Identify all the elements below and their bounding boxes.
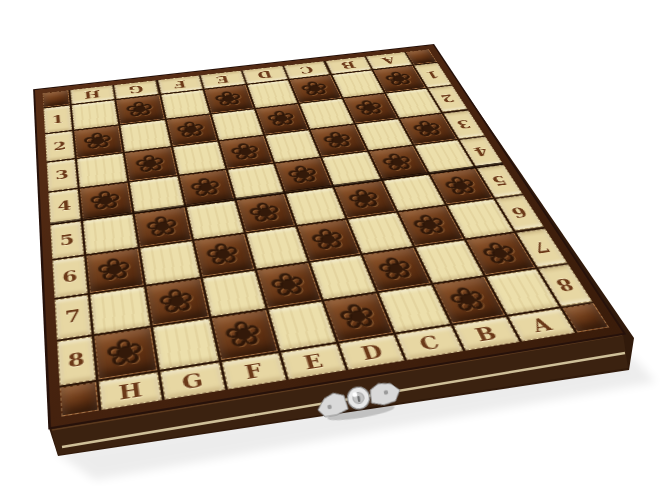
rosette-motif-icon: ❀ bbox=[144, 212, 182, 242]
rosette-motif-icon: ❀ bbox=[89, 187, 124, 215]
rosette-motif-icon: ❀ bbox=[307, 225, 349, 256]
square-f5[interactable] bbox=[186, 201, 243, 240]
rosette-motif-icon: ❀ bbox=[319, 128, 357, 152]
square-e5[interactable]: ❀ bbox=[236, 194, 295, 232]
rosette-motif-icon: ❀ bbox=[228, 139, 264, 164]
rosette-motif-icon: ❀ bbox=[203, 239, 243, 271]
rosette-motif-icon: ❀ bbox=[284, 162, 323, 188]
photo-scene: HGFEDCBA1❀❀❀❀12❀❀❀❀23❀❀❀❀34❀❀❀❀45❀❀❀❀56❀… bbox=[0, 0, 665, 491]
square-f3[interactable] bbox=[172, 141, 225, 174]
square-d3[interactable] bbox=[265, 130, 320, 162]
rosette-motif-icon: ❀ bbox=[408, 211, 452, 241]
square-f7[interactable] bbox=[202, 270, 265, 316]
rosette-motif-icon: ❀ bbox=[105, 333, 147, 373]
rosette-motif-icon: ❀ bbox=[476, 238, 524, 270]
square-h3[interactable] bbox=[77, 153, 128, 187]
rosette-motif-icon: ❀ bbox=[440, 173, 483, 200]
corner-bottom-left bbox=[60, 382, 99, 417]
rank-label-left-8: 8 bbox=[57, 336, 96, 386]
square-g5[interactable]: ❀ bbox=[135, 207, 191, 247]
square-g8[interactable] bbox=[153, 318, 218, 369]
square-h7[interactable] bbox=[90, 286, 150, 334]
square-d2[interactable]: ❀ bbox=[256, 104, 308, 134]
square-g2[interactable] bbox=[121, 120, 171, 151]
square-e2[interactable] bbox=[212, 109, 263, 140]
rank-label-left-1: 1 bbox=[43, 105, 72, 133]
rosette-motif-icon: ❀ bbox=[124, 98, 156, 120]
rosette-motif-icon: ❀ bbox=[409, 117, 448, 140]
rank-label-left-5: 5 bbox=[50, 221, 84, 259]
square-h8[interactable]: ❀ bbox=[94, 327, 157, 379]
rosette-motif-icon: ❀ bbox=[134, 151, 168, 177]
rosette-motif-icon: ❀ bbox=[212, 88, 245, 110]
square-g6[interactable] bbox=[141, 241, 200, 284]
square-e3[interactable]: ❀ bbox=[219, 136, 273, 169]
rosette-motif-icon: ❀ bbox=[373, 252, 419, 285]
rank-label-left-2: 2 bbox=[45, 131, 75, 161]
rosette-motif-icon: ❀ bbox=[381, 69, 417, 89]
rosette-motif-icon: ❀ bbox=[298, 78, 333, 99]
square-f1[interactable] bbox=[161, 90, 210, 119]
rosette-motif-icon: ❀ bbox=[246, 198, 285, 227]
square-f6[interactable]: ❀ bbox=[194, 234, 254, 276]
square-h2[interactable]: ❀ bbox=[74, 126, 123, 158]
rosette-motif-icon: ❀ bbox=[82, 129, 114, 153]
rosette-motif-icon: ❀ bbox=[222, 316, 267, 354]
rank-label-left-3: 3 bbox=[47, 159, 78, 191]
rank-label-left-7: 7 bbox=[55, 294, 92, 339]
square-h6[interactable]: ❀ bbox=[86, 249, 144, 293]
rosette-motif-icon: ❀ bbox=[267, 268, 311, 302]
square-g3[interactable]: ❀ bbox=[125, 147, 177, 181]
square-e7[interactable]: ❀ bbox=[257, 262, 321, 307]
rosette-motif-icon: ❀ bbox=[378, 150, 418, 176]
square-f8[interactable]: ❀ bbox=[211, 310, 277, 360]
rank-label-left-6: 6 bbox=[52, 256, 87, 297]
rosette-motif-icon: ❀ bbox=[188, 174, 225, 201]
rosette-motif-icon: ❀ bbox=[264, 108, 299, 131]
square-e6[interactable] bbox=[246, 227, 307, 269]
rosette-motif-icon: ❀ bbox=[352, 97, 389, 119]
square-d1[interactable] bbox=[247, 80, 297, 108]
square-h5[interactable] bbox=[83, 214, 138, 254]
rosette-motif-icon: ❀ bbox=[175, 118, 209, 141]
file-label-bottom-b: B bbox=[453, 317, 520, 351]
rosette-motif-icon: ❀ bbox=[335, 299, 382, 336]
square-g7[interactable]: ❀ bbox=[147, 278, 209, 325]
rosette-motif-icon: ❀ bbox=[444, 282, 493, 317]
square-e1[interactable]: ❀ bbox=[204, 85, 253, 113]
rosette-motif-icon: ❀ bbox=[96, 254, 134, 287]
file-label-bottom-c: C bbox=[396, 326, 462, 361]
rosette-motif-icon: ❀ bbox=[344, 185, 385, 213]
square-f2[interactable]: ❀ bbox=[166, 115, 217, 146]
rosette-motif-icon: ❀ bbox=[157, 284, 198, 319]
file-label-bottom-d: D bbox=[339, 335, 405, 370]
